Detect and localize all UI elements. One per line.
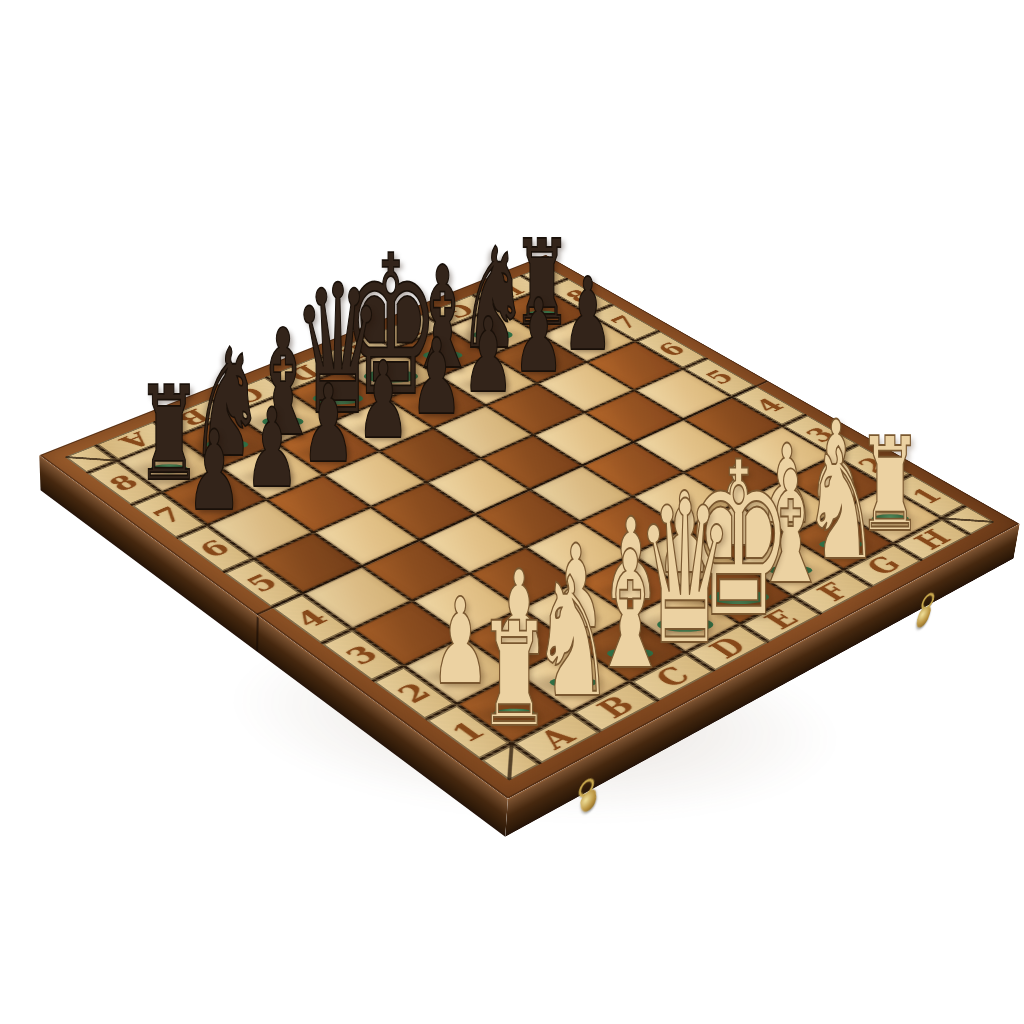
piece-glyph: ♟ <box>410 326 463 430</box>
piece-glyph: ♜ <box>478 603 551 748</box>
piece-glyph: ♟ <box>357 348 410 454</box>
chess-set-scene: ABCDEFGH8877665544332211ABCDEFGH ♜♞♟♝♟♚♟… <box>0 0 1024 1024</box>
piece-glyph: ♟ <box>301 370 355 477</box>
piece-glyph: ♟ <box>245 393 300 502</box>
piece-glyph: ♟ <box>513 285 564 387</box>
piece-glyph: ♟ <box>462 305 514 408</box>
piece-glyph: ♟ <box>186 416 242 527</box>
piece-glyph: ♟ <box>563 265 614 365</box>
pieces-layer: ♜♞♟♝♟♚♟♛♟♝♟♞♟♜♟♟♟♟♜♟♞♟♝♟♚♟♛♟♝♟♞♜ <box>0 0 1024 1024</box>
